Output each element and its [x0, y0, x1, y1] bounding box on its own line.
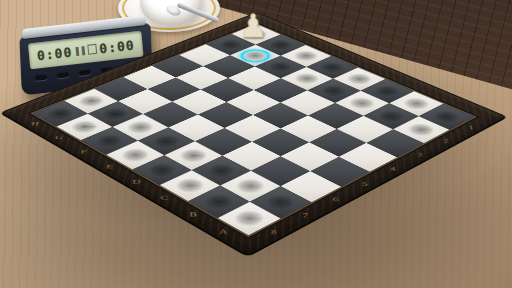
pawn-glyph: ♟	[345, 71, 376, 106]
chess-game-scene: 0:00 0:00 ♜♞♝♚♛♝♞♜♟♟♟♟♟♟♟♟♟♟♟♟♟♟♟♟♜♞♝♚♛♝…	[0, 0, 512, 288]
pawn-glyph: ♟	[373, 83, 405, 118]
pawn-glyph: ♟	[264, 36, 293, 69]
rook-glyph: ♜	[224, 171, 269, 221]
pawn-glyph: ♟	[290, 47, 320, 80]
square-d3[interactable]	[281, 90, 335, 115]
pawn-glyph: ♟	[403, 96, 435, 132]
pawn-glyph: ♟	[317, 59, 347, 93]
